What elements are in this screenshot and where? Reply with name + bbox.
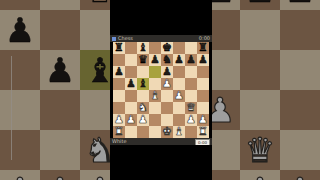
black-pawn-g7: ♟	[245, 0, 275, 10]
square-h7: ♟	[280, 0, 320, 10]
black-pawn-f7: ♟	[174, 54, 184, 66]
white-queen-g3: ♛	[245, 130, 275, 170]
square-b8[interactable]	[125, 42, 137, 54]
square-a4[interactable]	[113, 90, 125, 102]
square-h4	[280, 90, 320, 130]
square-g8[interactable]	[185, 42, 197, 54]
square-g1[interactable]	[185, 126, 197, 138]
square-a2: ♟	[0, 170, 40, 180]
square-f8[interactable]	[173, 42, 185, 54]
square-e1[interactable]: ♚	[161, 126, 173, 138]
square-b3	[40, 130, 80, 170]
square-g5	[240, 50, 280, 90]
square-c1[interactable]	[137, 126, 149, 138]
square-b7	[40, 0, 80, 10]
square-d1[interactable]	[149, 126, 161, 138]
black-bishop-c8: ♝	[138, 42, 148, 54]
footer-move-box[interactable]: 0:00	[195, 139, 210, 145]
square-a3[interactable]	[113, 102, 125, 114]
header-clock: 0:00	[199, 35, 210, 42]
square-b4	[40, 90, 80, 130]
white-queen-g3: ♛	[186, 102, 196, 114]
white-pawn-g2: ♟	[186, 114, 196, 126]
square-b7[interactable]	[125, 54, 137, 66]
black-queen-c7: ♛	[138, 54, 148, 66]
app-footer-bar: White 0:00	[110, 138, 212, 145]
black-knight-e7: ♞	[162, 54, 172, 66]
square-a3	[0, 130, 40, 170]
square-g7: ♟	[240, 0, 280, 10]
header-left: Chess	[112, 35, 133, 42]
square-b2: ♟	[40, 170, 80, 180]
square-d2[interactable]	[149, 114, 161, 126]
square-g2: ♟	[240, 170, 280, 180]
square-f7[interactable]: ♟	[173, 54, 185, 66]
square-h8[interactable]: ♜	[197, 42, 209, 54]
square-a1[interactable]: ♜	[113, 126, 125, 138]
square-e3[interactable]	[161, 102, 173, 114]
square-a5	[0, 50, 40, 90]
square-h3	[280, 130, 320, 170]
square-e4[interactable]	[161, 90, 173, 102]
black-pawn-h7: ♟	[285, 0, 315, 10]
footer-status: White	[112, 138, 127, 145]
square-h5[interactable]	[197, 78, 209, 90]
screen: ♜♝♚♜♛♟♞♟♟♟♟♟♟♝♟♝♟♞♛♟♟♟♟♟♜♚♝♜ Chess 0:00 …	[0, 0, 320, 180]
white-pawn-c2: ♟	[138, 114, 148, 126]
square-f6[interactable]	[173, 66, 185, 78]
white-pawn-a2: ♟	[5, 170, 35, 180]
white-pawn-b2: ♟	[126, 114, 136, 126]
square-f2[interactable]	[173, 114, 185, 126]
square-f3[interactable]	[173, 102, 185, 114]
square-b4[interactable]	[125, 90, 137, 102]
white-rook-h1: ♜	[198, 126, 208, 138]
square-b2[interactable]: ♟	[125, 114, 137, 126]
square-d6[interactable]	[149, 66, 161, 78]
square-h6	[280, 10, 320, 50]
square-d4[interactable]: ♝	[149, 90, 161, 102]
square-g7[interactable]: ♟	[185, 54, 197, 66]
black-pawn-g7: ♟	[186, 54, 196, 66]
square-h2[interactable]: ♟	[197, 114, 209, 126]
square-b3[interactable]	[125, 102, 137, 114]
square-a7[interactable]	[113, 54, 125, 66]
square-e2[interactable]	[161, 114, 173, 126]
square-a8[interactable]: ♜	[113, 42, 125, 54]
chess-board: ♜♝♚♜♛♟♞♟♟♟♟♟♟♝♟♝♟♞♛♟♟♟♟♟♜♚♝♜	[113, 42, 209, 138]
square-g4	[240, 90, 280, 130]
square-a7	[0, 0, 40, 10]
square-h6[interactable]	[197, 66, 209, 78]
white-bishop-d4: ♝	[150, 90, 160, 102]
square-d7[interactable]: ♟	[149, 54, 161, 66]
black-pawn-a6: ♟	[5, 10, 35, 50]
square-h1[interactable]: ♜	[197, 126, 209, 138]
black-pawn-e6: ♟	[162, 66, 172, 78]
black-pawn-d7: ♟	[150, 54, 160, 66]
square-c3[interactable]: ♞	[137, 102, 149, 114]
square-b6[interactable]	[125, 66, 137, 78]
square-h5	[280, 50, 320, 90]
square-a2[interactable]: ♟	[113, 114, 125, 126]
square-a4	[0, 90, 40, 130]
square-d3[interactable]	[149, 102, 161, 114]
white-pawn-h2: ♟	[285, 170, 315, 180]
black-pawn-b5: ♟	[45, 50, 75, 90]
square-b6	[40, 10, 80, 50]
black-rook-a8: ♜	[114, 42, 124, 54]
square-b5[interactable]: ♟	[125, 78, 137, 90]
square-d5[interactable]	[149, 78, 161, 90]
app-icon	[112, 37, 116, 41]
vertical-line-overlay	[11, 56, 12, 160]
white-bishop-f1: ♝	[174, 126, 184, 138]
square-a6: ♟	[0, 10, 40, 50]
square-g5[interactable]	[185, 78, 197, 90]
app-header-bar: Chess 0:00	[110, 35, 212, 42]
square-e6[interactable]: ♟	[161, 66, 173, 78]
square-c2[interactable]: ♟	[137, 114, 149, 126]
square-b5: ♟	[40, 50, 80, 90]
black-rook-h8: ♜	[198, 42, 208, 54]
square-a6[interactable]: ♟	[113, 66, 125, 78]
square-g3: ♛	[240, 130, 280, 170]
square-e7[interactable]: ♞	[161, 54, 173, 66]
black-pawn-a6: ♟	[114, 66, 124, 78]
square-g6	[240, 10, 280, 50]
square-h3[interactable]	[197, 102, 209, 114]
black-pawn-b5: ♟	[126, 78, 136, 90]
square-c7[interactable]: ♛	[137, 54, 149, 66]
square-h2: ♟	[280, 170, 320, 180]
white-pawn-a2: ♟	[114, 114, 124, 126]
square-a5[interactable]	[113, 78, 125, 90]
white-king-e1: ♚	[162, 126, 172, 138]
square-e5[interactable]: ♟	[161, 78, 173, 90]
square-g3[interactable]: ♛	[185, 102, 197, 114]
square-c4[interactable]	[137, 90, 149, 102]
square-c5[interactable]: ♝	[137, 78, 149, 90]
square-c6[interactable]	[137, 66, 149, 78]
square-g6[interactable]	[185, 66, 197, 78]
black-pawn-h7: ♟	[198, 54, 208, 66]
black-king-e8: ♚	[162, 42, 172, 54]
square-g4[interactable]	[185, 90, 197, 102]
app-title: Chess	[118, 35, 133, 42]
white-knight-c3: ♞	[138, 102, 148, 114]
video-strip: Chess 0:00 ♜♝♚♜♛♟♞♟♟♟♟♟♟♝♟♝♟♞♛♟♟♟♟♟♜♚♝♜ …	[110, 0, 212, 180]
square-f1[interactable]: ♝	[173, 126, 185, 138]
white-pawn-h2: ♟	[198, 114, 208, 126]
square-h4[interactable]	[197, 90, 209, 102]
square-f4[interactable]: ♟	[173, 90, 185, 102]
square-d8[interactable]	[149, 42, 161, 54]
square-e8[interactable]: ♚	[161, 42, 173, 54]
white-pawn-f4: ♟	[174, 90, 184, 102]
white-rook-a1: ♜	[114, 126, 124, 138]
square-g2[interactable]: ♟	[185, 114, 197, 126]
square-h7[interactable]: ♟	[197, 54, 209, 66]
square-c8[interactable]: ♝	[137, 42, 149, 54]
white-pawn-g2: ♟	[245, 170, 275, 180]
black-bishop-c5: ♝	[138, 78, 148, 90]
white-pawn-b2: ♟	[45, 170, 75, 180]
white-pawn-e5: ♟	[162, 78, 172, 90]
square-b1[interactable]	[125, 126, 137, 138]
square-f5[interactable]	[173, 78, 185, 90]
